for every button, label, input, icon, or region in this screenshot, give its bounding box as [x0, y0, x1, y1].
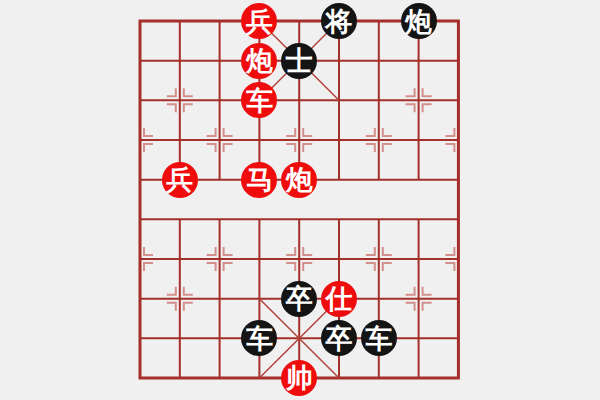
black-general-piece[interactable]: 将 — [321, 3, 357, 39]
red-advisor-piece[interactable]: 仕 — [321, 281, 357, 317]
xiangqi-board[interactable]: 兵将炮炮士车兵马炮卒仕车卒车帅 — [120, 1, 478, 398]
red-general-piece[interactable]: 帅 — [281, 360, 317, 396]
red-cannon-piece[interactable]: 炮 — [241, 43, 277, 79]
red-horse-piece[interactable]: 马 — [241, 162, 277, 198]
black-soldier-piece[interactable]: 卒 — [281, 281, 317, 317]
black-advisor-piece[interactable]: 士 — [281, 43, 317, 79]
black-cannon-piece[interactable]: 炮 — [401, 3, 437, 39]
black-chariot-piece[interactable]: 车 — [241, 320, 277, 356]
black-chariot-piece[interactable]: 车 — [361, 320, 397, 356]
red-cannon-piece[interactable]: 炮 — [281, 162, 317, 198]
red-soldier-piece[interactable]: 兵 — [162, 162, 198, 198]
xiangqi-diagram: 兵将炮炮士车兵马炮卒仕车卒车帅 — [0, 0, 600, 400]
black-soldier-piece[interactable]: 卒 — [321, 320, 357, 356]
red-chariot-piece[interactable]: 车 — [241, 82, 277, 118]
red-soldier-piece[interactable]: 兵 — [241, 3, 277, 39]
